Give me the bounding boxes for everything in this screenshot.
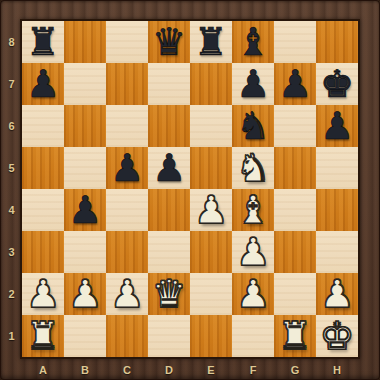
square-e7[interactable] [190,63,232,105]
square-h4[interactable] [316,189,358,231]
rank-label-1: 1 [0,315,20,357]
square-g4[interactable] [274,189,316,231]
square-c4[interactable] [106,189,148,231]
piece-black-king-h7[interactable]: ♚ [316,63,358,105]
square-g2[interactable] [274,273,316,315]
square-c6[interactable] [106,105,148,147]
square-e3[interactable] [190,231,232,273]
square-e8[interactable]: ♜ [190,21,232,63]
square-c2[interactable]: ♟ [106,273,148,315]
square-d1[interactable] [148,315,190,357]
piece-white-rook-a1[interactable]: ♜ [22,315,64,357]
file-label-g: G [274,359,316,380]
piece-black-pawn-f7[interactable]: ♟ [232,63,274,105]
piece-black-rook-a8[interactable]: ♜ [22,21,64,63]
piece-black-pawn-d5[interactable]: ♟ [148,147,190,189]
square-e5[interactable] [190,147,232,189]
piece-black-pawn-a7[interactable]: ♟ [22,63,64,105]
piece-white-bishop-f4[interactable]: ♝ [232,189,274,231]
square-f1[interactable] [232,315,274,357]
piece-white-pawn-f3[interactable]: ♟ [232,231,274,273]
square-f7[interactable]: ♟ [232,63,274,105]
file-label-e: E [190,359,232,380]
piece-black-rook-e8[interactable]: ♜ [190,21,232,63]
square-h5[interactable] [316,147,358,189]
square-b1[interactable] [64,315,106,357]
piece-black-pawn-g7[interactable]: ♟ [274,63,316,105]
square-e6[interactable] [190,105,232,147]
square-f4[interactable]: ♝ [232,189,274,231]
piece-white-pawn-e4[interactable]: ♟ [190,189,232,231]
square-d3[interactable] [148,231,190,273]
square-c7[interactable] [106,63,148,105]
piece-white-king-h1[interactable]: ♚ [316,315,358,357]
square-g3[interactable] [274,231,316,273]
square-d5[interactable]: ♟ [148,147,190,189]
square-a6[interactable] [22,105,64,147]
square-d6[interactable] [148,105,190,147]
rank-label-2: 2 [0,273,20,315]
square-f8[interactable]: ♝ [232,21,274,63]
square-d7[interactable] [148,63,190,105]
square-a8[interactable]: ♜ [22,21,64,63]
file-label-b: B [64,359,106,380]
square-e2[interactable] [190,273,232,315]
square-g1[interactable]: ♜ [274,315,316,357]
square-a3[interactable] [22,231,64,273]
square-a1[interactable]: ♜ [22,315,64,357]
piece-white-pawn-f2[interactable]: ♟ [232,273,274,315]
square-b2[interactable]: ♟ [64,273,106,315]
square-h2[interactable]: ♟ [316,273,358,315]
square-b7[interactable] [64,63,106,105]
piece-white-pawn-b2[interactable]: ♟ [64,273,106,315]
file-label-a: A [22,359,64,380]
square-f5[interactable]: ♞ [232,147,274,189]
square-d8[interactable]: ♛ [148,21,190,63]
square-a7[interactable]: ♟ [22,63,64,105]
square-b6[interactable] [64,105,106,147]
square-g7[interactable]: ♟ [274,63,316,105]
piece-black-pawn-b4[interactable]: ♟ [64,189,106,231]
square-h6[interactable]: ♟ [316,105,358,147]
square-f2[interactable]: ♟ [232,273,274,315]
rank-labels: 87654321 [0,21,20,357]
square-c5[interactable]: ♟ [106,147,148,189]
piece-black-queen-d8[interactable]: ♛ [148,21,190,63]
square-d2[interactable]: ♛ [148,273,190,315]
square-a5[interactable] [22,147,64,189]
square-d4[interactable] [148,189,190,231]
square-g6[interactable] [274,105,316,147]
piece-white-queen-d2[interactable]: ♛ [148,273,190,315]
square-h8[interactable] [316,21,358,63]
square-b8[interactable] [64,21,106,63]
square-h7[interactable]: ♚ [316,63,358,105]
piece-black-bishop-f8[interactable]: ♝ [232,21,274,63]
square-h3[interactable] [316,231,358,273]
square-b3[interactable] [64,231,106,273]
piece-white-rook-g1[interactable]: ♜ [274,315,316,357]
rank-label-4: 4 [0,189,20,231]
piece-white-knight-f5[interactable]: ♞ [232,147,274,189]
piece-white-pawn-h2[interactable]: ♟ [316,273,358,315]
file-label-f: F [232,359,274,380]
rank-label-7: 7 [0,63,20,105]
square-c3[interactable] [106,231,148,273]
square-f6[interactable]: ♞ [232,105,274,147]
rank-label-3: 3 [0,231,20,273]
file-label-h: H [316,359,358,380]
square-b5[interactable] [64,147,106,189]
piece-black-pawn-h6[interactable]: ♟ [316,105,358,147]
square-e1[interactable] [190,315,232,357]
square-c1[interactable] [106,315,148,357]
square-h1[interactable]: ♚ [316,315,358,357]
square-e4[interactable]: ♟ [190,189,232,231]
chess-board: ♜♛♜♝♟♟♟♚♞♟♟♟♞♟♟♝♟♟♟♟♛♟♟♜♜♚ [20,19,360,359]
piece-black-pawn-c5[interactable]: ♟ [106,147,148,189]
rank-label-5: 5 [0,147,20,189]
file-labels: ABCDEFGH [22,359,358,380]
square-b4[interactable]: ♟ [64,189,106,231]
square-a2[interactable]: ♟ [22,273,64,315]
rank-label-6: 6 [0,105,20,147]
file-label-d: D [148,359,190,380]
chess-board-frame: 87654321 ♜♛♜♝♟♟♟♚♞♟♟♟♞♟♟♝♟♟♟♟♛♟♟♜♜♚ ABCD… [0,0,380,380]
square-f3[interactable]: ♟ [232,231,274,273]
square-g8[interactable] [274,21,316,63]
rank-label-8: 8 [0,21,20,63]
piece-black-knight-f6[interactable]: ♞ [232,105,274,147]
square-g5[interactable] [274,147,316,189]
file-label-c: C [106,359,148,380]
piece-white-pawn-a2[interactable]: ♟ [22,273,64,315]
piece-white-pawn-c2[interactable]: ♟ [106,273,148,315]
square-a4[interactable] [22,189,64,231]
square-c8[interactable] [106,21,148,63]
